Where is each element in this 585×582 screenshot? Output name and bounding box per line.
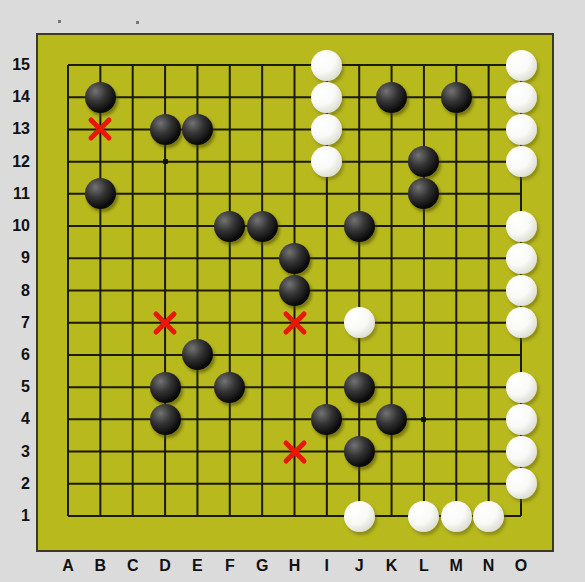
column-label-J: J	[347, 557, 371, 575]
go-app-window: 151413121110987654321 ABCDEFGHIJKLMNO	[0, 0, 585, 582]
red-x-mark-B13	[87, 116, 113, 142]
go-board[interactable]	[36, 33, 554, 552]
screen-speck	[136, 21, 139, 24]
row-label-14: 14	[0, 88, 30, 106]
column-label-A: A	[56, 557, 80, 575]
black-stone-K4[interactable]	[376, 404, 407, 435]
black-stone-G10[interactable]	[247, 211, 278, 242]
white-stone-J1[interactable]	[344, 501, 375, 532]
row-label-3: 3	[0, 443, 30, 461]
screen-speck	[58, 20, 61, 23]
black-stone-D13[interactable]	[150, 114, 181, 145]
column-label-E: E	[185, 557, 209, 575]
column-label-K: K	[380, 557, 404, 575]
black-stone-I4[interactable]	[311, 404, 342, 435]
black-stone-F10[interactable]	[214, 211, 245, 242]
white-stone-O14[interactable]	[506, 82, 537, 113]
black-stone-H8[interactable]	[279, 275, 310, 306]
black-stone-M14[interactable]	[441, 82, 472, 113]
column-label-G: G	[250, 557, 274, 575]
white-stone-M1[interactable]	[441, 501, 472, 532]
white-stone-J7[interactable]	[344, 307, 375, 338]
row-label-7: 7	[0, 314, 30, 332]
row-label-10: 10	[0, 217, 30, 235]
black-stone-B11[interactable]	[85, 178, 116, 209]
black-stone-J5[interactable]	[344, 372, 375, 403]
white-stone-O15[interactable]	[506, 50, 537, 81]
white-stone-O13[interactable]	[506, 114, 537, 145]
white-stone-O12[interactable]	[506, 146, 537, 177]
row-label-4: 4	[0, 410, 30, 428]
black-stone-E13[interactable]	[182, 114, 213, 145]
white-stone-O5[interactable]	[506, 372, 537, 403]
star-point	[421, 417, 426, 422]
red-x-mark-H7	[282, 310, 308, 336]
white-stone-L1[interactable]	[408, 501, 439, 532]
row-label-9: 9	[0, 249, 30, 267]
row-label-5: 5	[0, 378, 30, 396]
red-x-mark-D7	[152, 310, 178, 336]
column-label-O: O	[509, 557, 533, 575]
white-stone-I15[interactable]	[311, 50, 342, 81]
black-stone-H9[interactable]	[279, 243, 310, 274]
white-stone-O2[interactable]	[506, 468, 537, 499]
black-stone-J10[interactable]	[344, 211, 375, 242]
white-stone-O4[interactable]	[506, 404, 537, 435]
black-stone-K14[interactable]	[376, 82, 407, 113]
row-label-15: 15	[0, 56, 30, 74]
white-stone-O7[interactable]	[506, 307, 537, 338]
black-stone-J3[interactable]	[344, 436, 375, 467]
black-stone-D4[interactable]	[150, 404, 181, 435]
column-label-F: F	[218, 557, 242, 575]
red-x-mark-H3	[282, 439, 308, 465]
white-stone-O10[interactable]	[506, 211, 537, 242]
column-label-D: D	[153, 557, 177, 575]
black-stone-F5[interactable]	[214, 372, 245, 403]
row-label-11: 11	[0, 185, 30, 203]
column-label-B: B	[88, 557, 112, 575]
column-label-L: L	[412, 557, 436, 575]
black-stone-D5[interactable]	[150, 372, 181, 403]
white-stone-I14[interactable]	[311, 82, 342, 113]
column-label-M: M	[444, 557, 468, 575]
row-label-1: 1	[0, 507, 30, 525]
white-stone-N1[interactable]	[473, 501, 504, 532]
row-label-2: 2	[0, 475, 30, 493]
star-point	[163, 159, 168, 164]
white-stone-O9[interactable]	[506, 243, 537, 274]
row-label-8: 8	[0, 282, 30, 300]
column-label-N: N	[477, 557, 501, 575]
column-label-H: H	[283, 557, 307, 575]
row-label-12: 12	[0, 153, 30, 171]
row-label-13: 13	[0, 120, 30, 138]
row-label-6: 6	[0, 346, 30, 364]
column-label-I: I	[315, 557, 339, 575]
white-stone-O3[interactable]	[506, 436, 537, 467]
black-stone-B14[interactable]	[85, 82, 116, 113]
white-stone-O8[interactable]	[506, 275, 537, 306]
column-label-C: C	[121, 557, 145, 575]
